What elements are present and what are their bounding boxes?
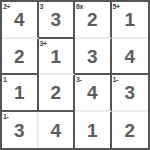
cage-clue: 3-: [76, 75, 81, 84]
cell-r1c3[interactable]: 4: [112, 39, 149, 76]
cell-r0c3[interactable]: 5+1: [112, 2, 149, 39]
cell-value: 2: [50, 82, 61, 104]
cell-r0c2[interactable]: 6x2: [75, 2, 112, 39]
cell-r2c3[interactable]: 1-3: [112, 75, 149, 112]
cage-clue: 1-: [3, 112, 8, 121]
cell-value: 3: [87, 46, 98, 68]
cell-value: 2: [124, 120, 135, 142]
cell-value: 4: [87, 82, 98, 104]
cell-value: 1: [50, 46, 61, 68]
cell-value: 3: [124, 82, 135, 104]
cell-r3c2[interactable]: 1: [75, 112, 112, 149]
cell-r1c1[interactable]: 3+1: [39, 39, 76, 76]
cage-clue: 3+: [40, 39, 47, 48]
kenken-board: 2÷4336x25+123+1341123-41-31-3412: [0, 0, 150, 150]
cell-r3c0[interactable]: 1-3: [2, 112, 39, 149]
cell-r3c1[interactable]: 4: [39, 112, 76, 149]
cell-value: 2: [87, 9, 98, 31]
cell-r0c1[interactable]: 33: [39, 2, 76, 39]
cell-value: 1: [124, 9, 135, 31]
cell-r0c0[interactable]: 2÷4: [2, 2, 39, 39]
cell-r2c2[interactable]: 3-4: [75, 75, 112, 112]
cage-clue: 1: [3, 75, 6, 84]
cage-clue: 1-: [113, 75, 118, 84]
cell-r1c2[interactable]: 3: [75, 39, 112, 76]
cell-value: 4: [50, 120, 61, 142]
cell-value: 3: [14, 120, 25, 142]
cell-value: 1: [14, 82, 25, 104]
cell-value: 1: [87, 120, 98, 142]
cage-clue: 3: [40, 2, 43, 11]
cage-clue: 5+: [113, 2, 120, 11]
cell-value: 4: [14, 9, 25, 31]
cell-r3c3[interactable]: 2: [112, 112, 149, 149]
cage-clue: 2÷: [3, 2, 10, 11]
cell-value: 2: [14, 46, 25, 68]
cell-r2c0[interactable]: 11: [2, 75, 39, 112]
cage-clue: 6x: [76, 2, 83, 11]
cell-value: 3: [50, 9, 61, 31]
cell-value: 4: [124, 46, 135, 68]
cell-r2c1[interactable]: 2: [39, 75, 76, 112]
cell-r1c0[interactable]: 2: [2, 39, 39, 76]
